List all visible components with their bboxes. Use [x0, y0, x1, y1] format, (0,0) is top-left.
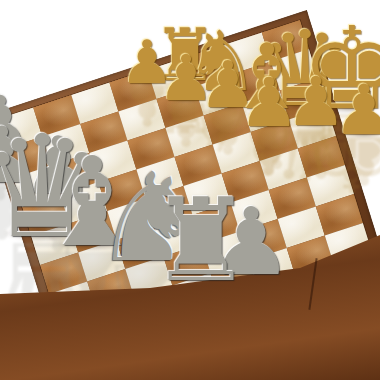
piece-shadow-w-pawn-h7 [345, 129, 380, 138]
chess-set-photo: ♟♟♜♜♞♞♝♝♛♛♚♚♟♟♟♟♟♟♟♟♟♟♛♛♟♟♝♝♞♞♜♜♟♟♟♟♟♟ [0, 0, 380, 380]
